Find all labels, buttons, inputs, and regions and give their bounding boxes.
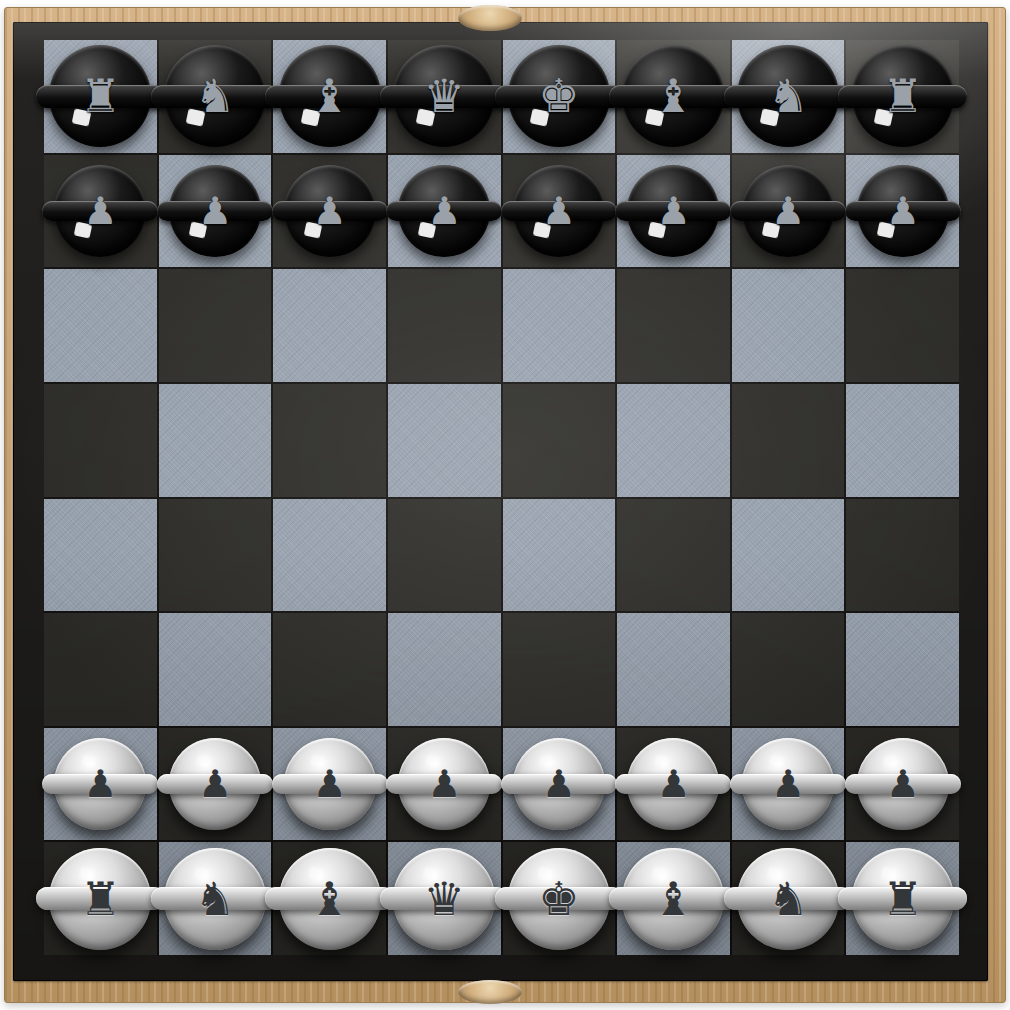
chess-board: ♜♞♝♛♚♝♞♜♟♟♟♟♟♟♟♟♟♟♟♟♟♟♟♟♜♞♝♛♚♝♞♜ [13, 22, 988, 981]
king-icon: ♚ [508, 45, 610, 147]
pawn-icon: ♟ [627, 165, 719, 257]
knight-icon: ♞ [737, 45, 839, 147]
square-b5[interactable] [159, 384, 272, 497]
king-icon: ♚ [508, 848, 610, 950]
black-pawn-a7[interactable]: ♟ [54, 165, 146, 257]
rook-icon: ♜ [852, 45, 954, 147]
rook-icon: ♜ [49, 848, 151, 950]
square-c3[interactable] [273, 613, 386, 726]
pawn-icon: ♟ [398, 738, 490, 830]
square-d8[interactable]: ♛ [388, 40, 501, 153]
square-b1[interactable]: ♞ [159, 842, 272, 955]
square-e5[interactable] [503, 384, 616, 497]
black-pawn-g7[interactable]: ♟ [742, 165, 834, 257]
black-pawn-c7[interactable]: ♟ [284, 165, 376, 257]
pawn-icon: ♟ [742, 165, 834, 257]
square-f5[interactable] [617, 384, 730, 497]
square-e6[interactable] [503, 269, 616, 382]
square-h8[interactable]: ♜ [846, 40, 959, 153]
bishop-icon: ♝ [622, 848, 724, 950]
queen-icon: ♛ [393, 45, 495, 147]
square-a8[interactable]: ♜ [44, 40, 157, 153]
white-pawn-a2[interactable]: ♟ [54, 738, 146, 830]
square-g6[interactable] [732, 269, 845, 382]
white-pawn-d2[interactable]: ♟ [398, 738, 490, 830]
square-d4[interactable] [388, 499, 501, 612]
square-e2[interactable]: ♟ [503, 728, 616, 841]
square-a4[interactable] [44, 499, 157, 612]
square-e7[interactable]: ♟ [503, 155, 616, 268]
black-rook-h8[interactable]: ♜ [852, 45, 954, 147]
hinge-notch-top [458, 5, 522, 31]
square-d6[interactable] [388, 269, 501, 382]
squares-grid: ♜♞♝♛♚♝♞♜♟♟♟♟♟♟♟♟♟♟♟♟♟♟♟♟♜♞♝♛♚♝♞♜ [44, 40, 959, 955]
square-c7[interactable]: ♟ [273, 155, 386, 268]
white-pawn-f2[interactable]: ♟ [627, 738, 719, 830]
square-g4[interactable] [732, 499, 845, 612]
square-h3[interactable] [846, 613, 959, 726]
pawn-icon: ♟ [742, 738, 834, 830]
black-pawn-h7[interactable]: ♟ [857, 165, 949, 257]
rook-icon: ♜ [852, 848, 954, 950]
square-d5[interactable] [388, 384, 501, 497]
white-pawn-h2[interactable]: ♟ [857, 738, 949, 830]
square-e3[interactable] [503, 613, 616, 726]
square-c5[interactable] [273, 384, 386, 497]
white-rook-a1[interactable]: ♜ [49, 848, 151, 950]
square-e8[interactable]: ♚ [503, 40, 616, 153]
square-c6[interactable] [273, 269, 386, 382]
black-king-e8[interactable]: ♚ [508, 45, 610, 147]
square-g5[interactable] [732, 384, 845, 497]
black-bishop-f8[interactable]: ♝ [622, 45, 724, 147]
white-pawn-e2[interactable]: ♟ [513, 738, 605, 830]
white-queen-d1[interactable]: ♛ [393, 848, 495, 950]
square-g1[interactable]: ♞ [732, 842, 845, 955]
knight-icon: ♞ [164, 848, 266, 950]
square-a2[interactable]: ♟ [44, 728, 157, 841]
black-queen-d8[interactable]: ♛ [393, 45, 495, 147]
black-knight-g8[interactable]: ♞ [737, 45, 839, 147]
square-f1[interactable]: ♝ [617, 842, 730, 955]
square-f6[interactable] [617, 269, 730, 382]
black-rook-a8[interactable]: ♜ [49, 45, 151, 147]
pawn-icon: ♟ [857, 738, 949, 830]
square-g3[interactable] [732, 613, 845, 726]
square-e4[interactable] [503, 499, 616, 612]
square-b7[interactable]: ♟ [159, 155, 272, 268]
square-b4[interactable] [159, 499, 272, 612]
square-f4[interactable] [617, 499, 730, 612]
pawn-icon: ♟ [513, 738, 605, 830]
hinge-notch-bottom [458, 980, 522, 1004]
square-d3[interactable] [388, 613, 501, 726]
pawn-icon: ♟ [54, 738, 146, 830]
square-c1[interactable]: ♝ [273, 842, 386, 955]
white-pawn-c2[interactable]: ♟ [284, 738, 376, 830]
square-a6[interactable] [44, 269, 157, 382]
black-bishop-c8[interactable]: ♝ [279, 45, 381, 147]
square-d2[interactable]: ♟ [388, 728, 501, 841]
square-d1[interactable]: ♛ [388, 842, 501, 955]
black-knight-b8[interactable]: ♞ [164, 45, 266, 147]
white-pawn-g2[interactable]: ♟ [742, 738, 834, 830]
pawn-icon: ♟ [169, 165, 261, 257]
square-c4[interactable] [273, 499, 386, 612]
square-f3[interactable] [617, 613, 730, 726]
rook-icon: ♜ [49, 45, 151, 147]
square-a3[interactable] [44, 613, 157, 726]
pawn-icon: ♟ [54, 165, 146, 257]
pawn-icon: ♟ [284, 165, 376, 257]
square-h6[interactable] [846, 269, 959, 382]
square-f8[interactable]: ♝ [617, 40, 730, 153]
black-pawn-b7[interactable]: ♟ [169, 165, 261, 257]
square-h7[interactable]: ♟ [846, 155, 959, 268]
pawn-icon: ♟ [627, 738, 719, 830]
white-king-e1[interactable]: ♚ [508, 848, 610, 950]
white-bishop-f1[interactable]: ♝ [622, 848, 724, 950]
square-g2[interactable]: ♟ [732, 728, 845, 841]
square-c8[interactable]: ♝ [273, 40, 386, 153]
square-b3[interactable] [159, 613, 272, 726]
black-pawn-f7[interactable]: ♟ [627, 165, 719, 257]
white-knight-b1[interactable]: ♞ [164, 848, 266, 950]
black-pawn-e7[interactable]: ♟ [513, 165, 605, 257]
pawn-icon: ♟ [398, 165, 490, 257]
square-a1[interactable]: ♜ [44, 842, 157, 955]
pawn-icon: ♟ [284, 738, 376, 830]
knight-icon: ♞ [164, 45, 266, 147]
square-g8[interactable]: ♞ [732, 40, 845, 153]
knight-icon: ♞ [737, 848, 839, 950]
bishop-icon: ♝ [622, 45, 724, 147]
white-bishop-c1[interactable]: ♝ [279, 848, 381, 950]
queen-icon: ♛ [393, 848, 495, 950]
white-knight-g1[interactable]: ♞ [737, 848, 839, 950]
square-b2[interactable]: ♟ [159, 728, 272, 841]
pawn-icon: ♟ [169, 738, 261, 830]
bishop-icon: ♝ [279, 45, 381, 147]
square-h4[interactable] [846, 499, 959, 612]
square-a5[interactable] [44, 384, 157, 497]
square-g7[interactable]: ♟ [732, 155, 845, 268]
square-b6[interactable] [159, 269, 272, 382]
pawn-icon: ♟ [857, 165, 949, 257]
square-f7[interactable]: ♟ [617, 155, 730, 268]
square-h2[interactable]: ♟ [846, 728, 959, 841]
black-pawn-d7[interactable]: ♟ [398, 165, 490, 257]
pawn-icon: ♟ [513, 165, 605, 257]
bishop-icon: ♝ [279, 848, 381, 950]
chess-board-photo: ♜♞♝♛♚♝♞♜♟♟♟♟♟♟♟♟♟♟♟♟♟♟♟♟♜♞♝♛♚♝♞♜ [0, 0, 1010, 1010]
square-c2[interactable]: ♟ [273, 728, 386, 841]
square-d7[interactable]: ♟ [388, 155, 501, 268]
square-b8[interactable]: ♞ [159, 40, 272, 153]
white-rook-h1[interactable]: ♜ [852, 848, 954, 950]
square-h1[interactable]: ♜ [846, 842, 959, 955]
square-f2[interactable]: ♟ [617, 728, 730, 841]
square-a7[interactable]: ♟ [44, 155, 157, 268]
white-pawn-b2[interactable]: ♟ [169, 738, 261, 830]
square-e1[interactable]: ♚ [503, 842, 616, 955]
square-h5[interactable] [846, 384, 959, 497]
